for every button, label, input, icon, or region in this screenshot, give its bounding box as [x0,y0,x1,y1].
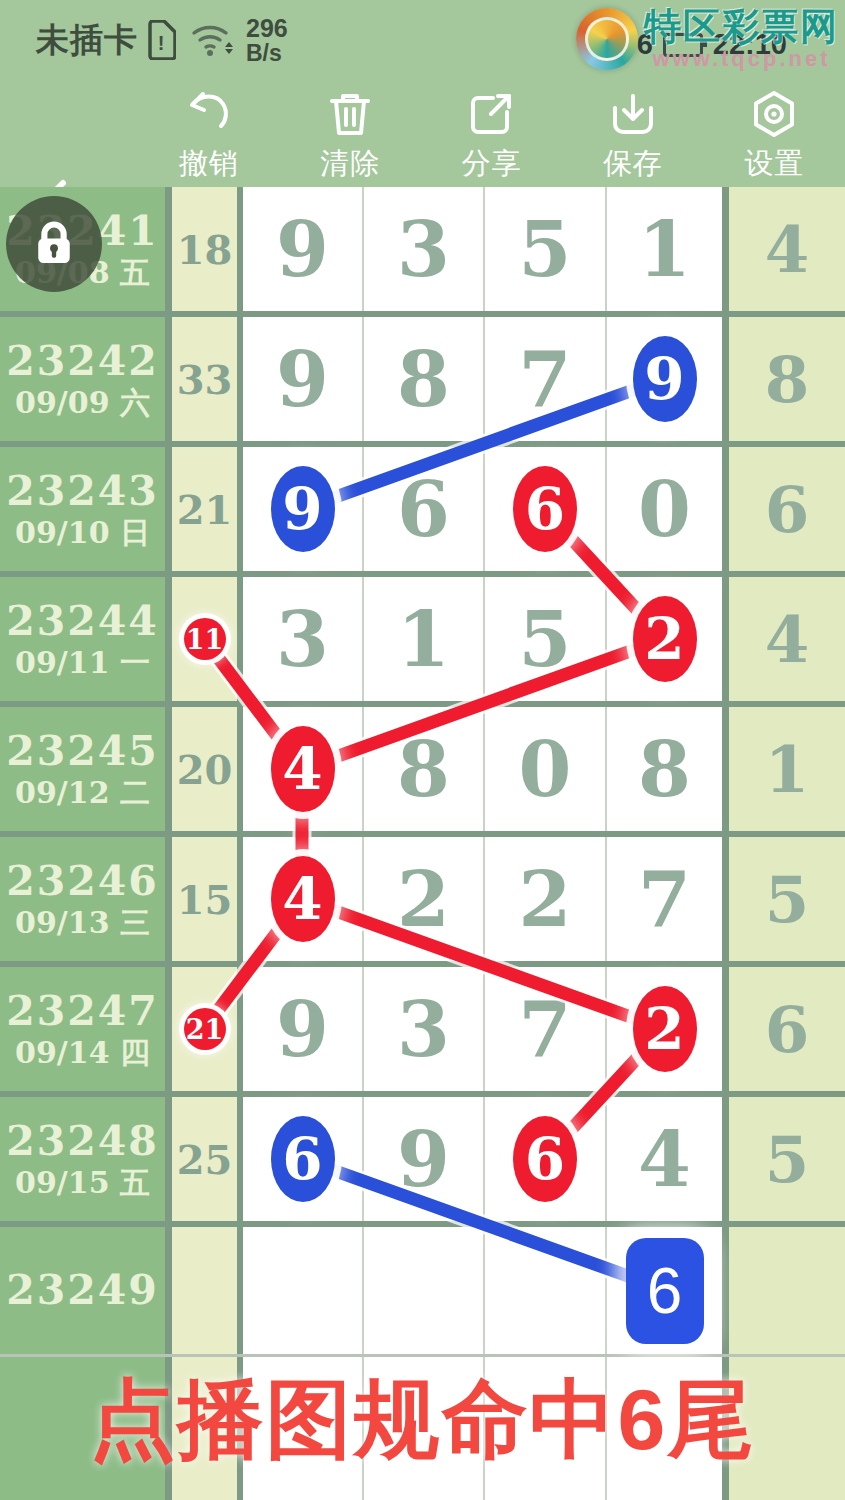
sum-value: 25 [177,1136,233,1183]
tail-value: 6 [765,472,810,547]
column-divider [165,187,172,311]
trend-chart-grid: 2324109/08 五18935142324209/09 六339879823… [0,187,845,1500]
table-row: 2324209/09 六3398798 [0,317,845,447]
issue-number: 23244 [6,599,159,644]
digit-cell[interactable]: 9 [243,187,362,311]
column-divider [165,1227,172,1354]
red-circle-mark[interactable]: 4 [271,856,335,942]
column-divider [165,447,172,571]
digit-cell[interactable]: 1 [605,187,722,311]
toolbar: 撤销 清除 分享 保存 [0,80,845,187]
column-divider [722,187,729,311]
digit-cell[interactable]: 9 [243,317,362,441]
digit-cell[interactable]: 8 [362,317,483,441]
site-name: 特区彩票网 [644,8,839,47]
digit-value: 2 [519,855,572,944]
site-logo-swirl-icon [576,8,638,70]
sum-cell: 25 [172,1097,237,1221]
digit-cell[interactable] [243,1227,362,1354]
digit-value: 0 [638,465,691,554]
lock-button[interactable] [6,196,102,292]
sum-value: 18 [177,226,233,273]
undo-button[interactable]: 撤销 [179,88,239,184]
issue-date: 09/14 四 [15,1036,150,1069]
issue-date: 09/12 二 [15,776,150,809]
issue-cell: 2324409/11 一 [0,577,165,701]
tail-cell: 8 [729,317,845,441]
digit-value: 0 [519,725,572,814]
tail-value: 4 [765,602,810,677]
red-circle-mark[interactable]: 4 [271,726,335,812]
digit-cell[interactable]: 0 [483,707,605,831]
table-row: 2324309/10 日2196606 [0,447,845,577]
digit-value: 8 [397,725,450,814]
digit-cell[interactable] [483,1227,605,1354]
digit-cell[interactable]: 2 [605,967,722,1091]
digit-cell[interactable]: 7 [483,317,605,441]
digit-cell[interactable]: 3 [362,187,483,311]
column-divider [722,1227,729,1354]
settings-label: 设置 [744,144,804,184]
digit-cell[interactable]: 6 [483,447,605,571]
digit-value: 9 [276,985,329,1074]
column-divider [165,577,172,701]
tail-cell: 6 [729,967,845,1091]
tail-value: 8 [765,342,810,417]
table-row: 2324709/14 四2193726 [0,967,845,1097]
red-circle-mark[interactable]: 2 [633,596,697,682]
digit-value: 6 [397,465,450,554]
digit-cell[interactable]: 9 [243,967,362,1091]
column-divider [722,837,729,961]
digit-value: 8 [638,725,691,814]
network-speed-unit: B/s [246,41,288,65]
issue-cell: 2324809/15 五 [0,1097,165,1221]
red-circle-mark[interactable]: 2 [633,986,697,1072]
digit-value: 1 [397,595,450,684]
column-divider [165,707,172,831]
digit-value: 7 [519,335,572,424]
table-row: 2324609/13 三1542275 [0,837,845,967]
issue-number: 23248 [6,1119,159,1164]
sum-value: 21 [177,486,233,533]
tail-value: 6 [765,992,810,1067]
sim-card-alert-icon: ! [146,20,176,60]
digit-cell[interactable]: 2 [362,837,483,961]
issue-cell: 2324609/13 三 [0,837,165,961]
issue-number: 23249 [6,1268,159,1313]
download-icon [607,88,659,140]
padlock-icon [26,214,82,274]
digit-cell[interactable]: 8 [362,707,483,831]
digit-value: 3 [397,205,450,294]
digit-value: 9 [276,335,329,424]
sum-red-circle-mark[interactable]: 11 [184,618,226,660]
table-row: 2324409/11 一1131524 [0,577,845,707]
save-button[interactable]: 保存 [603,88,663,184]
share-button[interactable]: 分享 [461,88,521,184]
digit-value: 3 [276,595,329,684]
digit-cell[interactable]: 1 [362,577,483,701]
table-row: 2324809/15 五2569645 [0,1097,845,1227]
tail-cell: 5 [729,837,845,961]
sum-cell: 21 [172,967,237,1091]
red-circle-mark[interactable]: 6 [513,1116,577,1202]
trash-icon [324,88,376,140]
tail-cell: 1 [729,707,845,831]
settings-button[interactable]: 设置 [744,88,804,184]
blue-circle-mark[interactable]: 6 [271,1116,335,1202]
sum-cell [172,1227,237,1354]
tail-cell: 5 [729,1097,845,1221]
issue-date: 09/10 日 [15,516,150,549]
blue-square-mark[interactable]: 6 [626,1238,704,1344]
save-label: 保存 [603,144,663,184]
annotation-text: 点播图规命中6尾 [90,1362,756,1479]
digit-value: 8 [397,335,450,424]
issue-date: 09/09 六 [15,386,150,419]
blue-circle-mark[interactable]: 9 [633,336,697,422]
clear-label: 清除 [320,144,380,184]
sum-red-circle-mark[interactable]: 21 [184,1008,226,1050]
issue-date: 09/11 一 [15,646,150,679]
digit-cell[interactable]: 7 [483,967,605,1091]
issue-cell: 23249 [0,1227,165,1354]
digit-value: 7 [638,855,691,944]
digit-cell[interactable]: 4 [243,707,362,831]
digit-cell[interactable]: 6 [243,1097,362,1221]
issue-number: 23247 [6,989,159,1034]
issue-number: 23242 [6,339,159,384]
no-sim-label: 未插卡 [36,18,138,63]
digit-cell[interactable]: 5 [483,187,605,311]
sum-cell: 15 [172,837,237,961]
column-divider [722,577,729,701]
digit-cell[interactable]: 3 [362,967,483,1091]
settings-hexagon-icon [748,88,800,140]
issue-date: 09/13 三 [15,906,150,939]
blue-circle-mark[interactable]: 9 [271,466,335,552]
site-watermark: 特区彩票网 www.tqcp.net [576,8,839,70]
digit-cell[interactable]: 3 [243,577,362,701]
sum-cell: 33 [172,317,237,441]
table-row: 232496 [0,1227,845,1357]
table-row: 2324109/08 五1893514 [0,187,845,317]
digit-cell[interactable]: 9 [605,317,722,441]
digit-cell[interactable]: 7 [605,837,722,961]
sum-cell: 21 [172,447,237,571]
table-row: 2324509/12 二2048081 [0,707,845,837]
undo-icon [183,88,235,140]
column-divider [165,317,172,441]
column-divider [722,447,729,571]
sum-cell: 11 [172,577,237,701]
sum-cell: 20 [172,707,237,831]
digit-cell[interactable]: 2 [605,577,722,701]
digit-cell[interactable]: 8 [605,707,722,831]
sum-cell: 18 [172,187,237,311]
issue-number: 23245 [6,729,159,774]
network-speed: 296 B/s [246,15,288,65]
svg-text:!: ! [158,32,165,54]
site-url: www.tqcp.net [652,47,830,70]
share-icon [465,88,517,140]
undo-label: 撤销 [179,144,239,184]
tail-value: 4 [765,212,810,287]
digit-value: 5 [519,205,572,294]
digit-value: 5 [519,595,572,684]
column-divider [722,1097,729,1221]
digit-value: 2 [397,855,450,944]
digit-cell[interactable]: 6 [605,1227,722,1354]
sum-value: 20 [177,746,233,793]
issue-date: 09/15 五 [15,1166,150,1199]
digit-cell[interactable]: 4 [243,837,362,961]
issue-cell: 2324509/12 二 [0,707,165,831]
tail-value: 5 [765,1122,810,1197]
column-divider [722,317,729,441]
issue-cell: 2324309/10 日 [0,447,165,571]
network-speed-value: 296 [246,15,288,41]
clear-button[interactable]: 清除 [320,88,380,184]
red-circle-mark[interactable]: 6 [513,466,577,552]
digit-cell[interactable]: 5 [483,577,605,701]
issue-cell: 2324209/09 六 [0,317,165,441]
issue-number: 23243 [6,469,159,514]
digit-cell[interactable]: 4 [605,1097,722,1221]
app-screen: 未插卡 ! 296 B/s 66 22:10 特区彩票网 www.tqcp.ne… [0,0,845,1500]
sum-value: 15 [177,876,233,923]
digit-cell[interactable] [362,1227,483,1354]
issue-number: 23246 [6,859,159,904]
tail-cell: 4 [729,577,845,701]
tail-value: 5 [765,862,810,937]
digit-value: 7 [519,985,572,1074]
issue-cell: 2324709/14 四 [0,967,165,1091]
digit-value: 4 [638,1115,691,1204]
digit-cell[interactable]: 9 [362,1097,483,1221]
tail-cell: 4 [729,187,845,311]
tail-cell: 6 [729,447,845,571]
tail-value: 1 [765,732,810,807]
column-divider [165,967,172,1091]
digit-cell[interactable]: 6 [483,1097,605,1221]
digit-value: 3 [397,985,450,1074]
wifi-icon [190,21,236,59]
digit-cell[interactable]: 0 [605,447,722,571]
digit-value: 1 [638,205,691,294]
digit-cell[interactable]: 6 [362,447,483,571]
digit-cell[interactable]: 2 [483,837,605,961]
digit-value: 9 [397,1115,450,1204]
digit-cell[interactable]: 9 [243,447,362,571]
column-divider [722,967,729,1091]
tail-cell [729,1227,845,1354]
column-divider [165,1097,172,1221]
column-divider [165,837,172,961]
sum-value: 33 [177,356,233,403]
digit-value: 9 [276,205,329,294]
share-label: 分享 [461,144,521,184]
column-divider [722,707,729,831]
